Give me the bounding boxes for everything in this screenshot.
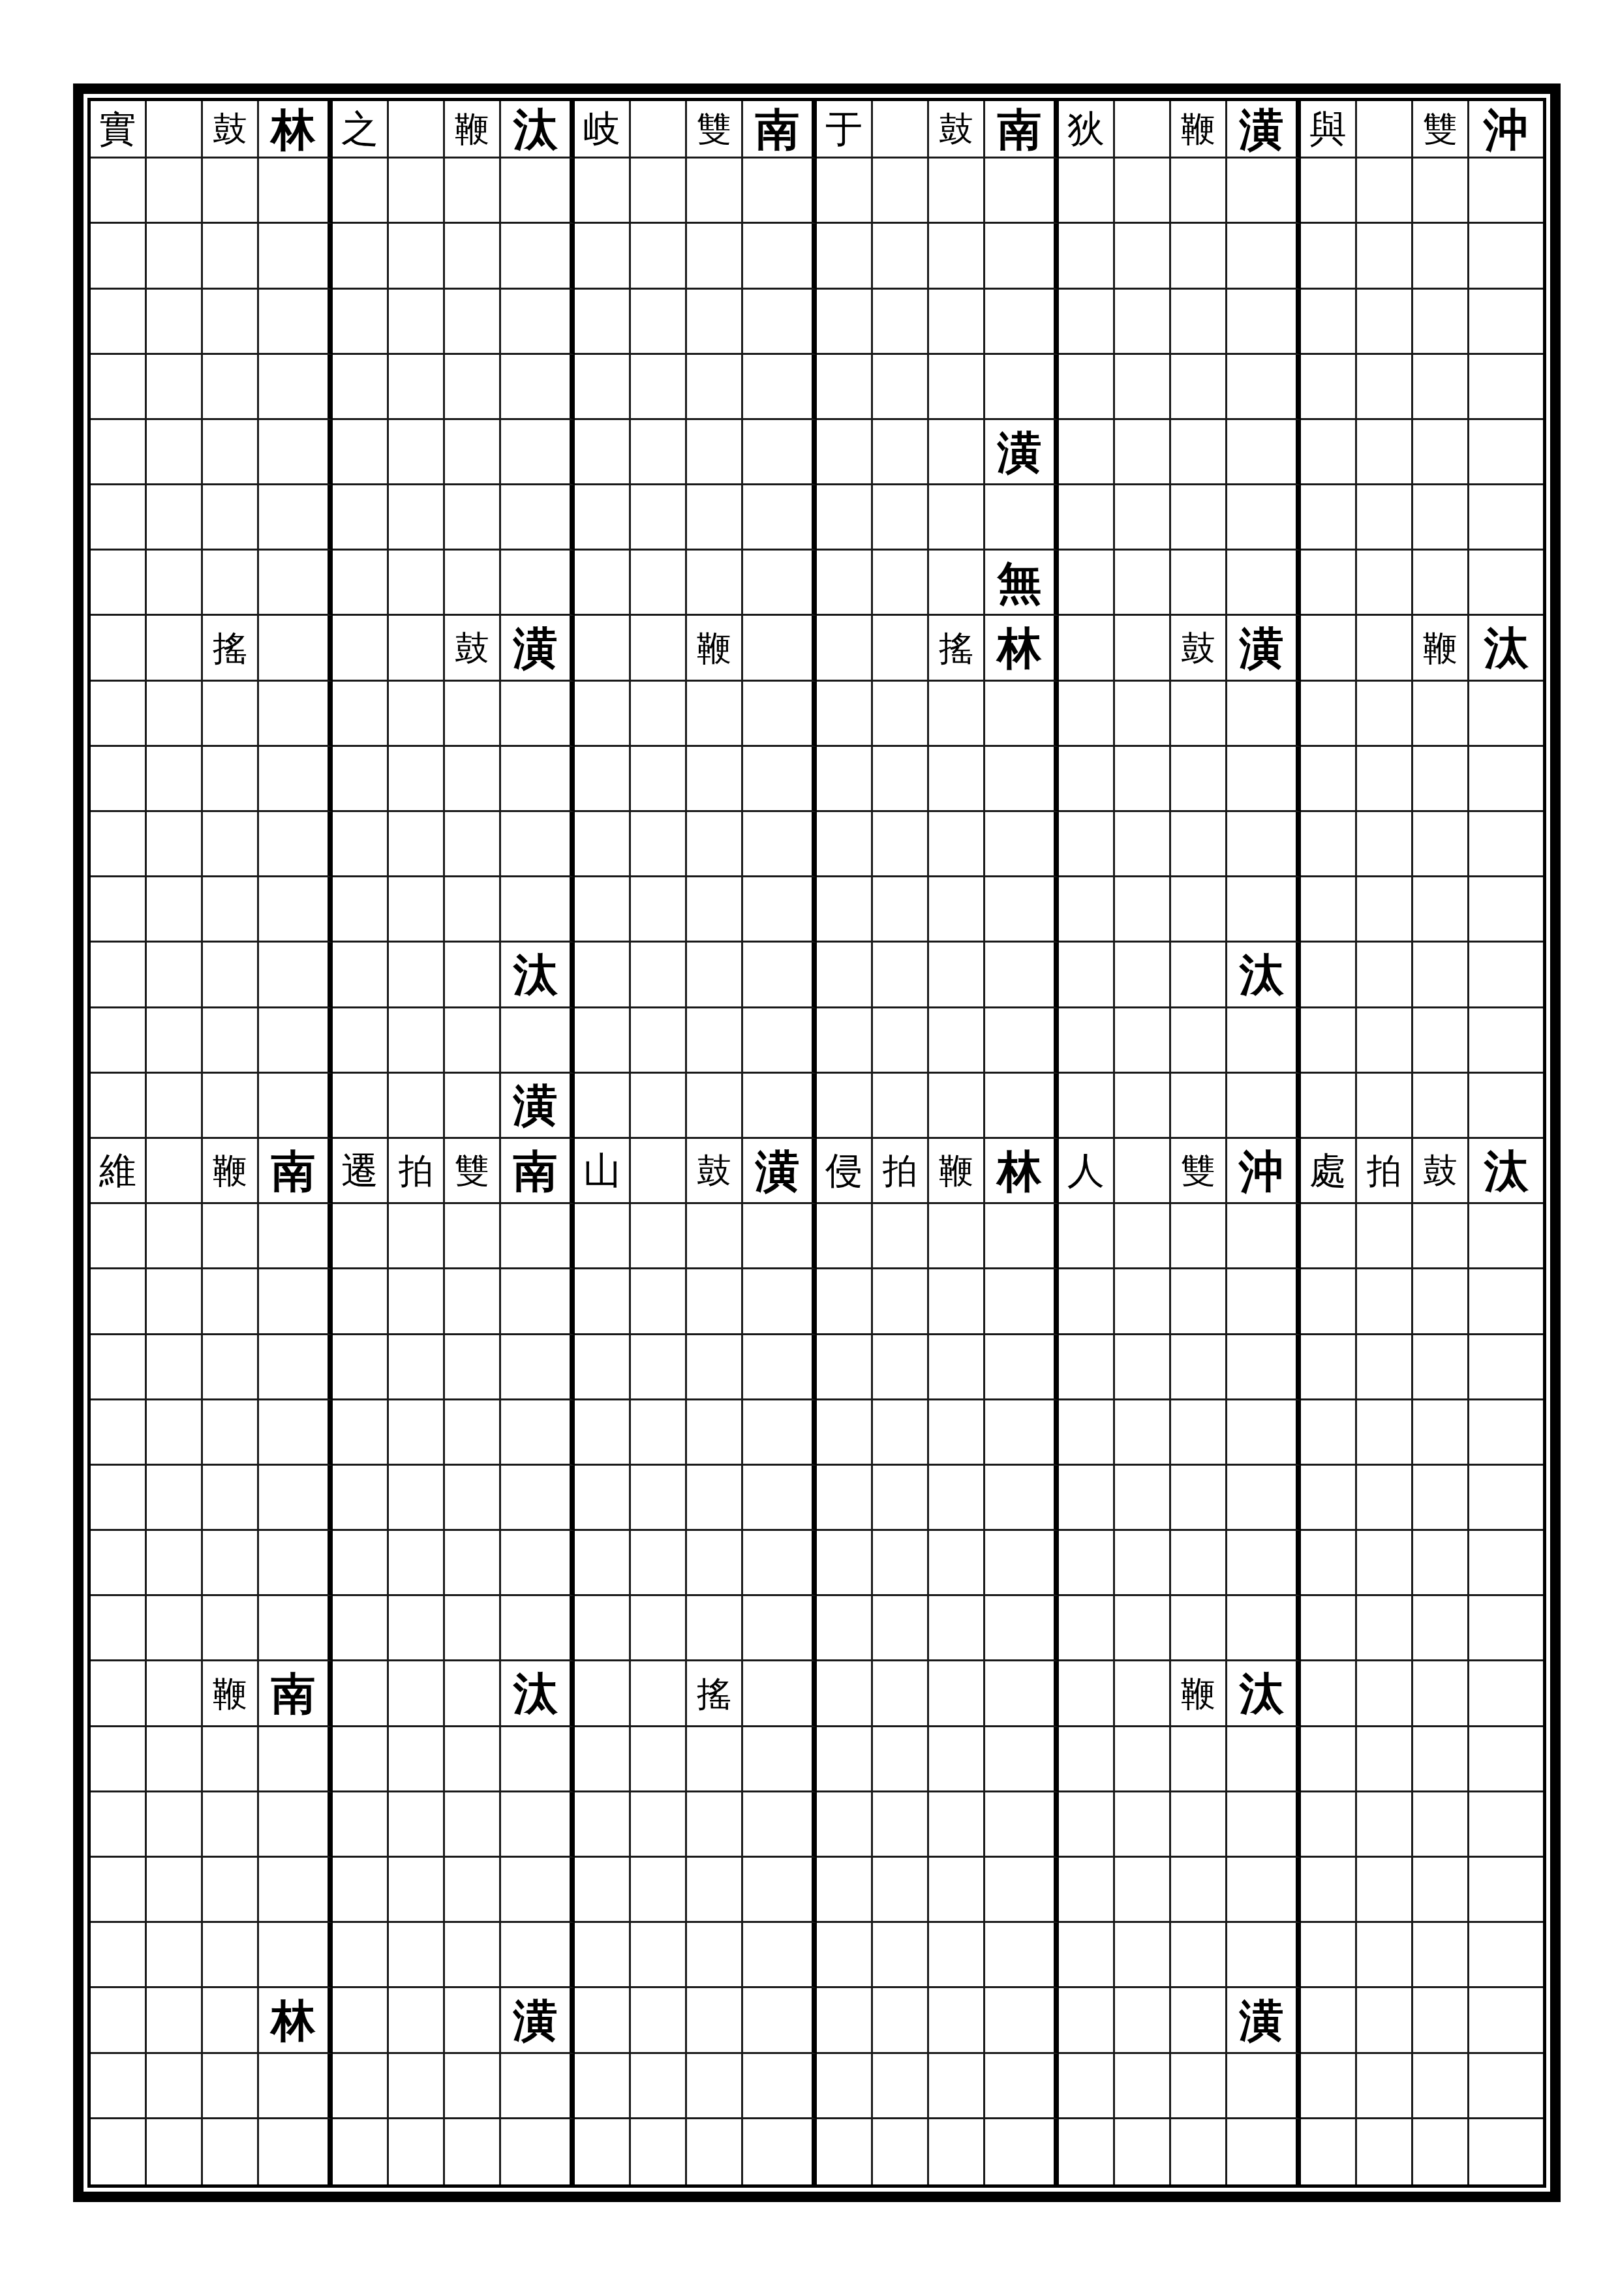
empty-jeonggan-cell [1301,1335,1357,1400]
empty-jeonggan-cell [1115,877,1171,943]
empty-jeonggan-cell [687,1988,743,2053]
empty-jeonggan-cell [575,877,631,943]
empty-jeonggan-cell [1469,1335,1543,1400]
empty-jeonggan-cell [929,877,985,943]
empty-jeonggan-cell [1115,1008,1171,1074]
empty-jeonggan-cell [1413,877,1469,943]
empty-jeonggan-cell [203,1269,259,1335]
empty-jeonggan-cell [985,355,1059,420]
pitch-cell: 南 [501,1139,575,1204]
pitch-glyph: 汰 [1240,952,1284,997]
empty-jeonggan-cell [1115,101,1171,159]
pitch-cell: 林 [259,101,333,159]
empty-jeonggan-cell [687,485,743,551]
empty-jeonggan-cell [743,224,817,289]
empty-jeonggan-cell [1115,1466,1171,1531]
empty-jeonggan-cell [1227,159,1301,224]
empty-jeonggan-cell [1469,1988,1543,2053]
empty-jeonggan-cell [1301,485,1357,551]
pitch-cell: 潢 [743,1139,817,1204]
empty-jeonggan-cell [333,943,389,1008]
empty-jeonggan-cell [1059,1074,1115,1139]
empty-jeonggan-cell [91,485,147,551]
empty-jeonggan-cell [929,1596,985,1661]
empty-jeonggan-cell [985,1661,1059,1727]
empty-jeonggan-cell [1059,1008,1115,1074]
empty-jeonggan-cell [1469,1269,1543,1335]
empty-jeonggan-cell [445,1269,501,1335]
pitch-cell: 林 [259,1988,333,2053]
empty-jeonggan-cell [1301,224,1357,289]
empty-jeonggan-cell [1469,943,1543,1008]
empty-jeonggan-cell [1301,812,1357,877]
empty-jeonggan-cell [1059,1858,1115,1923]
empty-jeonggan-cell [575,682,631,747]
empty-jeonggan-cell [687,290,743,355]
empty-jeonggan-cell [817,1204,873,1269]
empty-jeonggan-cell [687,420,743,485]
empty-jeonggan-cell [687,2054,743,2119]
empty-jeonggan-cell [929,1269,985,1335]
empty-jeonggan-cell [389,2119,445,2184]
empty-jeonggan-cell [389,1466,445,1531]
empty-jeonggan-cell [1115,224,1171,289]
empty-jeonggan-cell [1115,1139,1171,1204]
empty-jeonggan-cell [873,1466,929,1531]
empty-jeonggan-cell [147,1988,203,2053]
empty-jeonggan-cell [389,1531,445,1596]
empty-jeonggan-cell [501,1923,575,1988]
empty-jeonggan-cell [575,485,631,551]
empty-jeonggan-cell [687,877,743,943]
lyric-glyph: 于 [825,110,862,147]
empty-jeonggan-cell [333,355,389,420]
empty-jeonggan-cell [1469,2054,1543,2119]
empty-jeonggan-cell [929,551,985,616]
empty-jeonggan-cell [929,1400,985,1466]
empty-jeonggan-cell [389,1661,445,1727]
empty-jeonggan-cell [985,1596,1059,1661]
empty-jeonggan-cell [1469,224,1543,289]
empty-jeonggan-cell [575,224,631,289]
drum-glyph: 雙 [1181,1153,1215,1188]
empty-jeonggan-cell [1301,877,1357,943]
empty-jeonggan-cell [147,355,203,420]
empty-jeonggan-cell [259,1204,333,1269]
empty-jeonggan-cell [259,1596,333,1661]
empty-jeonggan-cell [631,1335,687,1400]
empty-jeonggan-cell [1115,747,1171,812]
empty-jeonggan-cell [147,1792,203,1858]
empty-jeonggan-cell [575,551,631,616]
empty-jeonggan-cell [631,1008,687,1074]
empty-jeonggan-cell [743,812,817,877]
empty-jeonggan-cell [147,1008,203,1074]
empty-jeonggan-cell [817,616,873,681]
empty-jeonggan-cell [1171,2119,1227,2184]
empty-jeonggan-cell [1301,1858,1357,1923]
empty-jeonggan-cell [817,1727,873,1792]
empty-jeonggan-cell [1413,1335,1469,1400]
empty-jeonggan-cell [929,1923,985,1988]
empty-jeonggan-cell [91,420,147,485]
empty-jeonggan-cell [259,1074,333,1139]
empty-jeonggan-cell [1171,1923,1227,1988]
empty-jeonggan-cell [259,616,333,681]
empty-jeonggan-cell [501,1596,575,1661]
empty-jeonggan-cell [1413,747,1469,812]
empty-jeonggan-cell [873,1792,929,1858]
empty-jeonggan-cell [1301,2054,1357,2119]
empty-jeonggan-cell [259,943,333,1008]
empty-jeonggan-cell [91,355,147,420]
empty-jeonggan-cell [1171,747,1227,812]
empty-jeonggan-cell [147,1204,203,1269]
empty-jeonggan-cell [1059,420,1115,485]
empty-jeonggan-cell [259,2119,333,2184]
empty-jeonggan-cell [333,1988,389,2053]
empty-jeonggan-cell [445,747,501,812]
empty-jeonggan-cell [1171,1008,1227,1074]
empty-jeonggan-cell [1171,2054,1227,2119]
drum-cell: 鼓 [1413,1139,1469,1204]
empty-jeonggan-cell [1413,1400,1469,1466]
empty-jeonggan-cell [259,485,333,551]
empty-jeonggan-cell [1059,1988,1115,2053]
empty-jeonggan-cell [333,1008,389,1074]
empty-jeonggan-cell [1357,1400,1413,1466]
empty-jeonggan-cell [445,1335,501,1400]
drum-cell: 鞭 [929,1139,985,1204]
empty-jeonggan-cell [873,224,929,289]
empty-jeonggan-cell [147,2054,203,2119]
empty-jeonggan-cell [203,485,259,551]
empty-jeonggan-cell [203,290,259,355]
empty-jeonggan-cell [1115,1596,1171,1661]
empty-jeonggan-cell [203,551,259,616]
empty-jeonggan-cell [1301,1792,1357,1858]
empty-jeonggan-cell [1115,1923,1171,1988]
empty-jeonggan-cell [817,1923,873,1988]
pitch-glyph: 汰 [513,1671,558,1715]
drum-cell: 鞭 [445,101,501,159]
empty-jeonggan-cell [985,747,1059,812]
empty-jeonggan-cell [389,812,445,877]
empty-jeonggan-cell [743,2119,817,2184]
empty-jeonggan-cell [1469,1008,1543,1074]
empty-jeonggan-cell [817,290,873,355]
empty-jeonggan-cell [1357,1727,1413,1792]
empty-jeonggan-cell [1115,1400,1171,1466]
empty-jeonggan-cell [389,1596,445,1661]
empty-jeonggan-cell [575,1988,631,2053]
empty-jeonggan-cell [873,420,929,485]
empty-jeonggan-cell [1227,1466,1301,1531]
empty-jeonggan-cell [203,812,259,877]
pitch-cell: 南 [259,1661,333,1727]
pitch-cell: 南 [743,101,817,159]
empty-jeonggan-cell [817,1466,873,1531]
empty-jeonggan-cell [259,1792,333,1858]
empty-jeonggan-cell [203,747,259,812]
empty-jeonggan-cell [1059,1269,1115,1335]
empty-jeonggan-cell [333,1335,389,1400]
empty-jeonggan-cell [743,1531,817,1596]
empty-jeonggan-cell [147,1074,203,1139]
empty-jeonggan-cell [817,812,873,877]
empty-jeonggan-cell [1227,1596,1301,1661]
empty-jeonggan-cell [91,1269,147,1335]
drum-glyph: 鼓 [697,1153,731,1188]
empty-jeonggan-cell [147,1661,203,1727]
empty-jeonggan-cell [445,290,501,355]
empty-jeonggan-cell [445,355,501,420]
empty-jeonggan-cell [631,1792,687,1858]
empty-jeonggan-cell [389,877,445,943]
empty-jeonggan-cell [203,1988,259,2053]
empty-jeonggan-cell [91,1988,147,2053]
pitch-glyph: 潢 [1240,626,1284,670]
empty-jeonggan-cell [575,1727,631,1792]
empty-jeonggan-cell [389,1923,445,1988]
lyric-cell: 人 [1059,1139,1115,1204]
empty-jeonggan-cell [1227,485,1301,551]
drum-glyph: 搖 [697,1676,731,1711]
empty-jeonggan-cell [817,551,873,616]
empty-jeonggan-cell [1059,2119,1115,2184]
empty-jeonggan-cell [1115,1727,1171,1792]
drum-cell: 搖 [203,616,259,681]
empty-jeonggan-cell [203,1858,259,1923]
empty-jeonggan-cell [817,355,873,420]
empty-jeonggan-cell [873,1204,929,1269]
pitch-glyph: 林 [998,1149,1042,1193]
empty-jeonggan-cell [817,1531,873,1596]
empty-jeonggan-cell [631,943,687,1008]
empty-jeonggan-cell [1357,101,1413,159]
empty-jeonggan-cell [817,1400,873,1466]
empty-jeonggan-cell [1059,159,1115,224]
empty-jeonggan-cell [743,943,817,1008]
empty-jeonggan-cell [1227,420,1301,485]
empty-jeonggan-cell [743,747,817,812]
empty-jeonggan-cell [1301,1531,1357,1596]
empty-jeonggan-cell [91,1531,147,1596]
empty-jeonggan-cell [1171,355,1227,420]
empty-jeonggan-cell [91,877,147,943]
empty-jeonggan-cell [1227,1204,1301,1269]
drum-cell: 鞭 [1171,1661,1227,1727]
empty-jeonggan-cell [91,1923,147,1988]
empty-jeonggan-cell [985,1923,1059,1988]
empty-jeonggan-cell [631,747,687,812]
empty-jeonggan-cell [1115,2119,1171,2184]
empty-jeonggan-cell [501,1335,575,1400]
empty-jeonggan-cell [1357,943,1413,1008]
empty-jeonggan-cell [147,1269,203,1335]
empty-jeonggan-cell [1357,485,1413,551]
pitch-glyph: 潢 [513,626,558,670]
pitch-glyph: 林 [271,1998,316,2042]
empty-jeonggan-cell [817,1858,873,1923]
empty-jeonggan-cell [1469,877,1543,943]
empty-jeonggan-cell [203,1531,259,1596]
empty-jeonggan-cell [817,1269,873,1335]
empty-jeonggan-cell [1115,1792,1171,1858]
empty-jeonggan-cell [91,2054,147,2119]
empty-jeonggan-cell [1227,1269,1301,1335]
empty-jeonggan-cell [389,1988,445,2053]
empty-jeonggan-cell [575,1335,631,1400]
empty-jeonggan-cell [575,1531,631,1596]
empty-jeonggan-cell [1469,812,1543,877]
empty-jeonggan-cell [259,420,333,485]
empty-jeonggan-cell [445,1661,501,1727]
empty-jeonggan-cell [203,1204,259,1269]
score-page-frame: 實鼓林之鞭汰岐雙南于鼓南狄鞭潢與雙沖潢無搖鼓潢鞭搖林鼓潢鞭汰汰汰潢維鞭南遷拍雙南… [73,83,1561,2202]
empty-jeonggan-cell [1357,551,1413,616]
drum-glyph: 鼓 [455,631,489,665]
empty-jeonggan-cell [1115,1335,1171,1400]
empty-jeonggan-cell [873,1269,929,1335]
empty-jeonggan-cell [743,1923,817,1988]
empty-jeonggan-cell [873,1661,929,1727]
pitch-glyph: 南 [271,1671,316,1715]
empty-jeonggan-cell [985,2119,1059,2184]
empty-jeonggan-cell [91,1661,147,1727]
empty-jeonggan-cell [929,224,985,289]
empty-jeonggan-cell [575,1074,631,1139]
empty-jeonggan-cell [1357,1661,1413,1727]
empty-jeonggan-cell [575,355,631,420]
empty-jeonggan-cell [575,1400,631,1466]
empty-jeonggan-cell [445,159,501,224]
empty-jeonggan-cell [631,551,687,616]
empty-jeonggan-cell [1115,1858,1171,1923]
empty-jeonggan-cell [203,943,259,1008]
lyric-glyph: 實 [99,110,136,147]
empty-jeonggan-cell [501,1269,575,1335]
empty-jeonggan-cell [575,2054,631,2119]
empty-jeonggan-cell [1301,1204,1357,1269]
empty-jeonggan-cell [743,1661,817,1727]
empty-jeonggan-cell [445,551,501,616]
empty-jeonggan-cell [631,159,687,224]
empty-jeonggan-cell [1059,2054,1115,2119]
empty-jeonggan-cell [501,2119,575,2184]
empty-jeonggan-cell [631,1269,687,1335]
empty-jeonggan-cell [147,1531,203,1596]
empty-jeonggan-cell [929,682,985,747]
empty-jeonggan-cell [1357,1269,1413,1335]
pitch-glyph: 潢 [756,1149,800,1193]
empty-jeonggan-cell [445,1204,501,1269]
drum-cell: 拍 [1357,1139,1413,1204]
empty-jeonggan-cell [333,682,389,747]
empty-jeonggan-cell [1171,485,1227,551]
empty-jeonggan-cell [91,1727,147,1792]
pitch-glyph: 汰 [1240,1671,1284,1715]
empty-jeonggan-cell [743,420,817,485]
empty-jeonggan-cell [1357,747,1413,812]
jeonggan-grid: 實鼓林之鞭汰岐雙南于鼓南狄鞭潢與雙沖潢無搖鼓潢鞭搖林鼓潢鞭汰汰汰潢維鞭南遷拍雙南… [91,101,1543,2184]
empty-jeonggan-cell [1059,355,1115,420]
empty-jeonggan-cell [873,1531,929,1596]
empty-jeonggan-cell [1171,551,1227,616]
empty-jeonggan-cell [91,747,147,812]
empty-jeonggan-cell [985,1988,1059,2053]
empty-jeonggan-cell [91,1204,147,1269]
empty-jeonggan-cell [1469,1661,1543,1727]
empty-jeonggan-cell [1357,159,1413,224]
empty-jeonggan-cell [91,1466,147,1531]
empty-jeonggan-cell [929,1531,985,1596]
empty-jeonggan-cell [687,1596,743,1661]
empty-jeonggan-cell [259,1466,333,1531]
lyric-cell: 處 [1301,1139,1357,1204]
pitch-glyph: 南 [998,107,1042,151]
empty-jeonggan-cell [445,1008,501,1074]
empty-jeonggan-cell [389,1074,445,1139]
empty-jeonggan-cell [1171,682,1227,747]
pitch-glyph: 潢 [998,430,1042,474]
empty-jeonggan-cell [1357,812,1413,877]
empty-jeonggan-cell [929,812,985,877]
empty-jeonggan-cell [985,1531,1059,1596]
lyric-cell: 岐 [575,101,631,159]
empty-jeonggan-cell [147,1466,203,1531]
empty-jeonggan-cell [1469,1727,1543,1792]
empty-jeonggan-cell [259,2054,333,2119]
empty-jeonggan-cell [389,1269,445,1335]
empty-jeonggan-cell [631,682,687,747]
drum-glyph: 拍 [1367,1153,1401,1188]
pitch-glyph: 潢 [513,1083,558,1127]
empty-jeonggan-cell [333,1269,389,1335]
pitch-cell: 沖 [1227,1139,1301,1204]
empty-jeonggan-cell [91,1400,147,1466]
empty-jeonggan-cell [1227,1400,1301,1466]
pitch-cell: 潢 [985,420,1059,485]
drum-cell: 鞭 [203,1139,259,1204]
empty-jeonggan-cell [743,1074,817,1139]
empty-jeonggan-cell [1357,2054,1413,2119]
empty-jeonggan-cell [1413,1269,1469,1335]
empty-jeonggan-cell [1059,1923,1115,1988]
empty-jeonggan-cell [1227,1335,1301,1400]
empty-jeonggan-cell [1171,1988,1227,2053]
empty-jeonggan-cell [985,1335,1059,1400]
empty-jeonggan-cell [1357,877,1413,943]
empty-jeonggan-cell [575,1596,631,1661]
empty-jeonggan-cell [203,1596,259,1661]
pitch-cell: 汰 [501,101,575,159]
empty-jeonggan-cell [389,551,445,616]
drum-cell: 鼓 [929,101,985,159]
empty-jeonggan-cell [1413,1596,1469,1661]
empty-jeonggan-cell [929,420,985,485]
pitch-glyph: 沖 [1484,107,1529,151]
drum-cell: 鞭 [1171,101,1227,159]
empty-jeonggan-cell [1059,1596,1115,1661]
empty-jeonggan-cell [1059,551,1115,616]
empty-jeonggan-cell [445,1074,501,1139]
empty-jeonggan-cell [147,877,203,943]
empty-jeonggan-cell [501,1204,575,1269]
empty-jeonggan-cell [817,943,873,1008]
empty-jeonggan-cell [1357,1204,1413,1269]
empty-jeonggan-cell [1171,290,1227,355]
